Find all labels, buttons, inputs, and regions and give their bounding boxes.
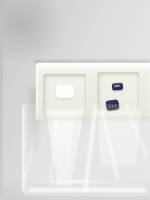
film-horizontal-fold bbox=[30, 180, 142, 183]
tray-rim-highlight bbox=[38, 64, 150, 68]
film-left-fold bbox=[22, 104, 27, 196]
film-highlight-streak bbox=[49, 120, 57, 182]
white-pad bbox=[56, 84, 75, 98]
film-bottom-fold-highlight bbox=[28, 188, 146, 192]
photo-scene bbox=[0, 0, 150, 200]
film-highlight-streak bbox=[100, 110, 120, 179]
navy-clip-upper bbox=[112, 83, 124, 91]
photo-left-edge-shade bbox=[0, 0, 3, 200]
plastic-film-wrap bbox=[22, 104, 150, 196]
film-highlight-streak bbox=[83, 106, 98, 190]
film-highlight-streak bbox=[123, 104, 149, 159]
navy-clip-upper-slot bbox=[114, 85, 120, 88]
